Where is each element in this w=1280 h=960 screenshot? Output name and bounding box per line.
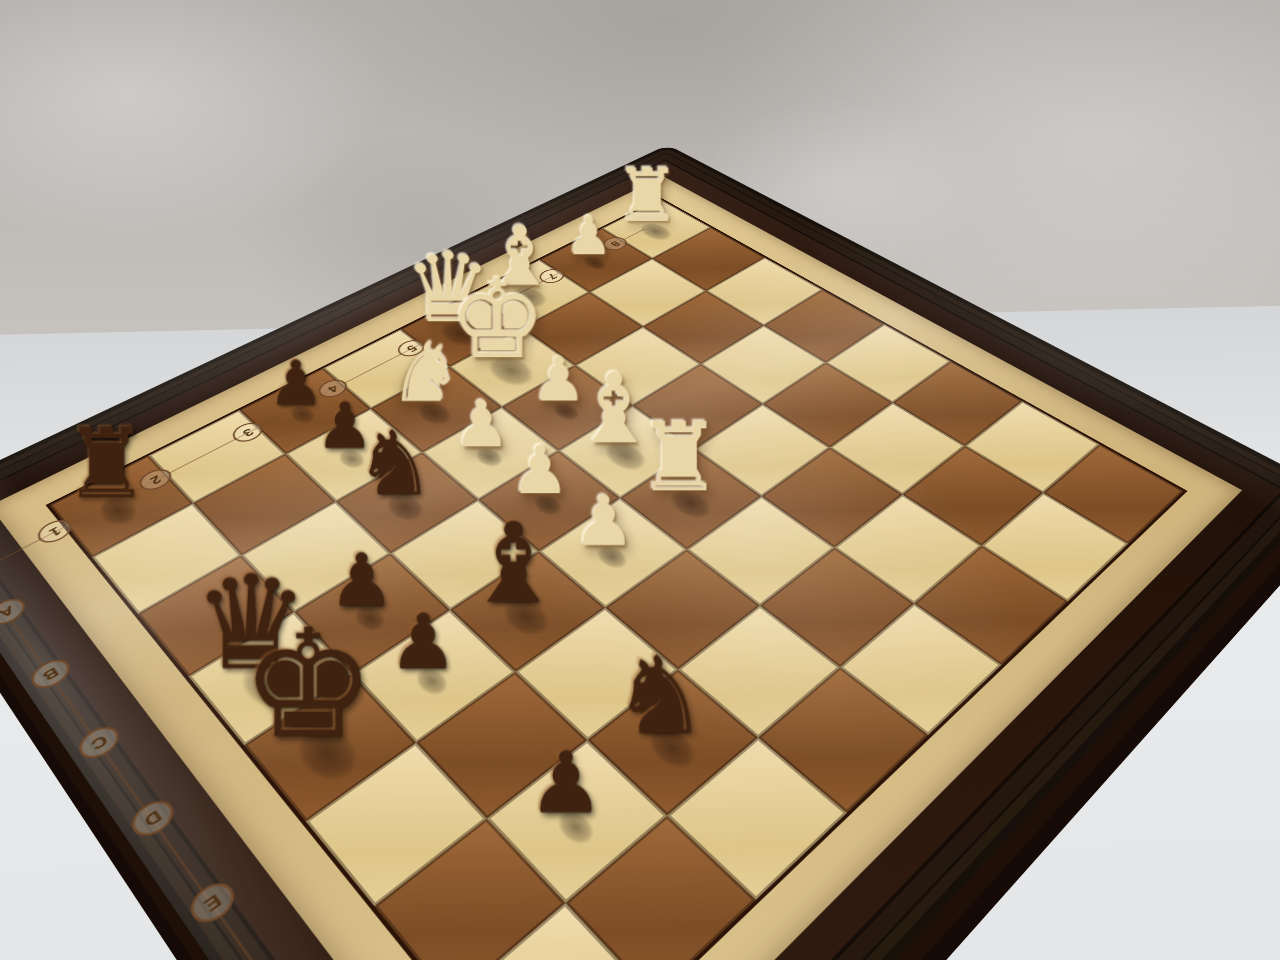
square-g1[interactable]: [374, 819, 565, 960]
white-pawn-glyph: ♟: [573, 487, 635, 556]
square-h2[interactable]: [566, 816, 756, 960]
rank-label-1: 1: [33, 516, 77, 548]
square-f1[interactable]: [306, 743, 487, 907]
square-h4[interactable]: [758, 667, 928, 813]
white-pawn-glyph: ♟: [511, 438, 570, 504]
square-h5[interactable]: [840, 604, 1001, 735]
square-g6[interactable]: [834, 495, 981, 604]
scene-3d: ABCDEFGH12345678 ♜♞♜♝♟♟♟♟♟♝♝♚♟♟♛♞♞♚♟♟♛♟♜: [0, 0, 1280, 960]
square-h1[interactable]: [451, 903, 653, 960]
black-knight-glyph: ♞: [355, 419, 435, 508]
square-g5[interactable]: [760, 548, 914, 668]
photo-stage: ABCDEFGH12345678 ♜♞♜♝♟♟♟♟♟♝♝♚♟♟♛♞♞♚♟♟♛♟♜: [0, 0, 1280, 960]
black-pawn-glyph: ♟: [528, 741, 604, 825]
black-knight-glyph: ♞: [612, 642, 708, 749]
black-bishop-glyph: ♝: [464, 508, 563, 618]
black-pawn-glyph: ♟: [389, 604, 457, 680]
white-rook-glyph: ♜: [637, 409, 723, 505]
black-king-glyph: ♚: [242, 610, 376, 759]
chessboard[interactable]: ABCDEFGH12345678 ♜♞♜♝♟♟♟♟♟♝♝♚♟♟♛♞♞♚♟♟♛♟♜: [0, 145, 1280, 960]
black-rook-glyph: ♜: [63, 416, 149, 512]
